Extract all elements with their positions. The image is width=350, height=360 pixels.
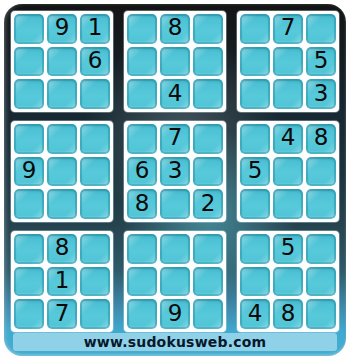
box-8: 9 bbox=[124, 231, 226, 332]
cell-r5c5[interactable]: 3 bbox=[160, 157, 190, 187]
cell-r2c3[interactable]: 6 bbox=[80, 47, 110, 77]
cell-r2c4[interactable] bbox=[127, 47, 157, 77]
cell-r7c1[interactable] bbox=[14, 234, 44, 264]
cell-r9c7[interactable]: 4 bbox=[240, 299, 270, 329]
cell-r6c2[interactable] bbox=[47, 189, 77, 219]
cell-r1c5[interactable]: 8 bbox=[160, 14, 190, 44]
cell-r3c4[interactable] bbox=[127, 79, 157, 109]
cell-r1c4[interactable] bbox=[127, 14, 157, 44]
cell-r4c8[interactable]: 4 bbox=[273, 124, 303, 154]
cell-r3c8[interactable] bbox=[273, 79, 303, 109]
cell-r8c5[interactable] bbox=[160, 267, 190, 297]
given-digit: 6 bbox=[88, 49, 103, 72]
cell-r3c6[interactable] bbox=[193, 79, 223, 109]
cell-r8c8[interactable] bbox=[273, 267, 303, 297]
cell-r5c1[interactable]: 9 bbox=[14, 157, 44, 187]
given-digit: 8 bbox=[168, 16, 183, 39]
cell-r7c7[interactable] bbox=[240, 234, 270, 264]
cell-r9c2[interactable]: 7 bbox=[47, 299, 77, 329]
box-2: 84 bbox=[124, 11, 226, 112]
cell-r7c9[interactable] bbox=[306, 234, 336, 264]
given-digit: 5 bbox=[248, 159, 263, 182]
cell-r2c2[interactable] bbox=[47, 47, 77, 77]
cell-r7c2[interactable]: 8 bbox=[47, 234, 77, 264]
cell-r4c4[interactable] bbox=[127, 124, 157, 154]
given-digit: 2 bbox=[201, 192, 216, 215]
sudoku-grid: 916847539763824858179548 bbox=[11, 11, 339, 332]
cell-r6c6[interactable]: 2 bbox=[193, 189, 223, 219]
cell-r3c9[interactable]: 3 bbox=[306, 79, 336, 109]
cell-r1c2[interactable]: 9 bbox=[47, 14, 77, 44]
sudoku-board: 916847539763824858179548 www.sudokusweb.… bbox=[4, 4, 346, 356]
box-7: 817 bbox=[11, 231, 113, 332]
given-digit: 7 bbox=[168, 126, 183, 149]
cell-r2c8[interactable] bbox=[273, 47, 303, 77]
cell-r8c7[interactable] bbox=[240, 267, 270, 297]
cell-r8c9[interactable] bbox=[306, 267, 336, 297]
given-digit: 9 bbox=[168, 302, 183, 325]
cell-r7c6[interactable] bbox=[193, 234, 223, 264]
given-digit: 6 bbox=[135, 159, 150, 182]
cell-r6c3[interactable] bbox=[80, 189, 110, 219]
cell-r9c1[interactable] bbox=[14, 299, 44, 329]
given-digit: 3 bbox=[314, 82, 329, 105]
cell-r1c7[interactable] bbox=[240, 14, 270, 44]
cell-r2c7[interactable] bbox=[240, 47, 270, 77]
cell-r5c9[interactable] bbox=[306, 157, 336, 187]
given-digit: 7 bbox=[55, 302, 70, 325]
cell-r1c3[interactable]: 1 bbox=[80, 14, 110, 44]
cell-r2c9[interactable]: 5 bbox=[306, 47, 336, 77]
given-digit: 4 bbox=[281, 126, 296, 149]
cell-r6c4[interactable]: 8 bbox=[127, 189, 157, 219]
cell-r6c9[interactable] bbox=[306, 189, 336, 219]
box-3: 753 bbox=[237, 11, 339, 112]
cell-r7c4[interactable] bbox=[127, 234, 157, 264]
cell-r5c3[interactable] bbox=[80, 157, 110, 187]
cell-r9c3[interactable] bbox=[80, 299, 110, 329]
box-5: 76382 bbox=[124, 121, 226, 222]
cell-r4c9[interactable]: 8 bbox=[306, 124, 336, 154]
given-digit: 3 bbox=[168, 159, 183, 182]
given-digit: 8 bbox=[314, 126, 329, 149]
cell-r4c7[interactable] bbox=[240, 124, 270, 154]
cell-r3c1[interactable] bbox=[14, 79, 44, 109]
cell-r9c5[interactable]: 9 bbox=[160, 299, 190, 329]
given-digit: 5 bbox=[314, 49, 329, 72]
cell-r8c2[interactable]: 1 bbox=[47, 267, 77, 297]
cell-r6c1[interactable] bbox=[14, 189, 44, 219]
cell-r9c4[interactable] bbox=[127, 299, 157, 329]
cell-r5c2[interactable] bbox=[47, 157, 77, 187]
cell-r9c9[interactable] bbox=[306, 299, 336, 329]
box-1: 916 bbox=[11, 11, 113, 112]
given-digit: 7 bbox=[281, 16, 296, 39]
cell-r4c2[interactable] bbox=[47, 124, 77, 154]
sudoku-page: 916847539763824858179548 www.sudokusweb.… bbox=[0, 0, 350, 360]
cell-r9c8[interactable]: 8 bbox=[273, 299, 303, 329]
given-digit: 9 bbox=[55, 16, 70, 39]
cell-r8c6[interactable] bbox=[193, 267, 223, 297]
cell-r5c4[interactable]: 6 bbox=[127, 157, 157, 187]
footer-url: www.sudokusweb.com bbox=[13, 333, 337, 351]
cell-r2c5[interactable] bbox=[160, 47, 190, 77]
cell-r4c5[interactable]: 7 bbox=[160, 124, 190, 154]
cell-r7c5[interactable] bbox=[160, 234, 190, 264]
given-digit: 8 bbox=[135, 192, 150, 215]
cell-r1c9[interactable] bbox=[306, 14, 336, 44]
given-digit: 9 bbox=[22, 159, 37, 182]
cell-r5c6[interactable] bbox=[193, 157, 223, 187]
cell-r8c3[interactable] bbox=[80, 267, 110, 297]
cell-r7c3[interactable] bbox=[80, 234, 110, 264]
given-digit: 8 bbox=[281, 302, 296, 325]
cell-r5c7[interactable]: 5 bbox=[240, 157, 270, 187]
cell-r3c7[interactable] bbox=[240, 79, 270, 109]
given-digit: 1 bbox=[88, 16, 103, 39]
box-6: 485 bbox=[237, 121, 339, 222]
cell-r1c1[interactable] bbox=[14, 14, 44, 44]
cell-r1c8[interactable]: 7 bbox=[273, 14, 303, 44]
cell-r6c8[interactable] bbox=[273, 189, 303, 219]
given-digit: 5 bbox=[281, 236, 296, 259]
cell-r3c3[interactable] bbox=[80, 79, 110, 109]
cell-r2c6[interactable] bbox=[193, 47, 223, 77]
cell-r8c1[interactable] bbox=[14, 267, 44, 297]
box-4: 9 bbox=[11, 121, 113, 222]
cell-r3c5[interactable]: 4 bbox=[160, 79, 190, 109]
cell-r4c3[interactable] bbox=[80, 124, 110, 154]
given-digit: 4 bbox=[248, 302, 263, 325]
cell-r9c6[interactable] bbox=[193, 299, 223, 329]
cell-r4c1[interactable] bbox=[14, 124, 44, 154]
cell-r6c5[interactable] bbox=[160, 189, 190, 219]
given-digit: 4 bbox=[168, 82, 183, 105]
box-9: 548 bbox=[237, 231, 339, 332]
cell-r2c1[interactable] bbox=[14, 47, 44, 77]
cell-r1c6[interactable] bbox=[193, 14, 223, 44]
cell-r5c8[interactable] bbox=[273, 157, 303, 187]
given-digit: 1 bbox=[55, 269, 70, 292]
cell-r3c2[interactable] bbox=[47, 79, 77, 109]
cell-r8c4[interactable] bbox=[127, 267, 157, 297]
cell-r6c7[interactable] bbox=[240, 189, 270, 219]
cell-r4c6[interactable] bbox=[193, 124, 223, 154]
given-digit: 8 bbox=[55, 236, 70, 259]
cell-r7c8[interactable]: 5 bbox=[273, 234, 303, 264]
